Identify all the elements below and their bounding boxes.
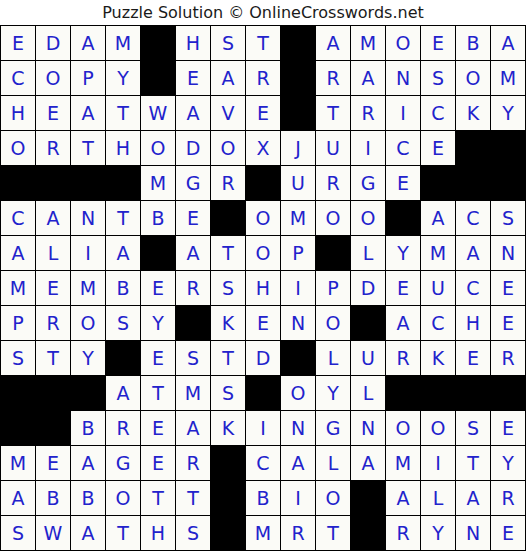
- letter-cell-r7c1: A: [1, 236, 35, 270]
- letter-cell-r4c13: E: [421, 131, 455, 165]
- letter-cell-r7c12: Y: [386, 236, 420, 270]
- letter-cell-r15c12: R: [386, 516, 420, 550]
- letter-cell-r1c4: M: [106, 26, 140, 60]
- letter-cell-r14c5: T: [141, 481, 175, 515]
- letter-cell-r2c8: R: [246, 61, 280, 95]
- letter-cell-r1c11: M: [351, 26, 385, 60]
- letter-cell-r5c6: G: [176, 166, 210, 200]
- puzzle-solution-page: Puzzle Solution © OnlineCrosswords.net E…: [0, 0, 526, 551]
- letter-cell-r12c7: K: [211, 411, 245, 445]
- letter-cell-r7c9: P: [281, 236, 315, 270]
- crossword-grid: EDAMHSTAMOEBACOPYEARRANSOMHEATWAVETRICKY…: [0, 25, 526, 551]
- letter-cell-r7c6: A: [176, 236, 210, 270]
- letter-cell-r1c10: A: [316, 26, 350, 60]
- letter-cell-r15c14: N: [456, 516, 490, 550]
- letter-cell-r9c10: O: [316, 306, 350, 340]
- letter-cell-r12c8: I: [246, 411, 280, 445]
- letter-cell-r3c7: V: [211, 96, 245, 130]
- letter-cell-r2c11: A: [351, 61, 385, 95]
- letter-cell-r3c12: I: [386, 96, 420, 130]
- letter-cell-r8c7: S: [211, 271, 245, 305]
- letter-cell-r13c6: R: [176, 446, 210, 480]
- letter-cell-r9c8: E: [246, 306, 280, 340]
- letter-cell-r8c5: E: [141, 271, 175, 305]
- letter-cell-r6c9: M: [281, 201, 315, 235]
- letter-cell-r8c8: H: [246, 271, 280, 305]
- letter-cell-r13c3: A: [71, 446, 105, 480]
- black-cell-r1c5: [141, 26, 175, 60]
- letter-cell-r11c9: O: [281, 376, 315, 410]
- letter-cell-r3c10: T: [316, 96, 350, 130]
- letter-cell-r7c11: L: [351, 236, 385, 270]
- black-cell-r5c4: [106, 166, 140, 200]
- letter-cell-r15c1: S: [1, 516, 35, 550]
- letter-cell-r3c13: C: [421, 96, 455, 130]
- letter-cell-r5c7: R: [211, 166, 245, 200]
- letter-cell-r14c3: B: [71, 481, 105, 515]
- letter-cell-r10c3: Y: [71, 341, 105, 375]
- letter-cell-r15c15: E: [491, 516, 525, 550]
- letter-cell-r2c7: A: [211, 61, 245, 95]
- black-cell-r3c9: [281, 96, 315, 130]
- letter-cell-r12c12: O: [386, 411, 420, 445]
- letter-cell-r15c6: S: [176, 516, 210, 550]
- black-cell-r2c5: [141, 61, 175, 95]
- letter-cell-r8c14: C: [456, 271, 490, 305]
- letter-cell-r5c10: R: [316, 166, 350, 200]
- letter-cell-r3c4: T: [106, 96, 140, 130]
- black-cell-r13c7: [211, 446, 245, 480]
- letter-cell-r15c2: W: [36, 516, 70, 550]
- letter-cell-r14c8: B: [246, 481, 280, 515]
- letter-cell-r7c14: A: [456, 236, 490, 270]
- letter-cell-r14c13: L: [421, 481, 455, 515]
- letter-cell-r10c6: S: [176, 341, 210, 375]
- letter-cell-r9c9: N: [281, 306, 315, 340]
- letter-cell-r12c11: N: [351, 411, 385, 445]
- letter-cell-r4c8: X: [246, 131, 280, 165]
- letter-cell-r2c6: E: [176, 61, 210, 95]
- letter-cell-r2c2: O: [36, 61, 70, 95]
- letter-cell-r12c6: A: [176, 411, 210, 445]
- letter-cell-r5c11: G: [351, 166, 385, 200]
- letter-cell-r3c6: A: [176, 96, 210, 130]
- letter-cell-r6c6: E: [176, 201, 210, 235]
- black-cell-r14c11: [351, 481, 385, 515]
- black-cell-r11c2: [36, 376, 70, 410]
- letter-cell-r8c2: E: [36, 271, 70, 305]
- black-cell-r10c9: [281, 341, 315, 375]
- letter-cell-r6c4: T: [106, 201, 140, 235]
- letter-cell-r11c7: S: [211, 376, 245, 410]
- black-cell-r9c11: [351, 306, 385, 340]
- letter-cell-r11c10: Y: [316, 376, 350, 410]
- letter-cell-r14c2: B: [36, 481, 70, 515]
- black-cell-r7c5: [141, 236, 175, 270]
- black-cell-r15c11: [351, 516, 385, 550]
- letter-cell-r13c9: A: [281, 446, 315, 480]
- black-cell-r14c7: [211, 481, 245, 515]
- black-cell-r2c9: [281, 61, 315, 95]
- letter-cell-r8c11: D: [351, 271, 385, 305]
- letter-cell-r3c1: H: [1, 96, 35, 130]
- letter-cell-r2c4: Y: [106, 61, 140, 95]
- letter-cell-r8c4: B: [106, 271, 140, 305]
- letter-cell-r1c2: D: [36, 26, 70, 60]
- letter-cell-r11c6: M: [176, 376, 210, 410]
- black-cell-r5c2: [36, 166, 70, 200]
- letter-cell-r4c7: O: [211, 131, 245, 165]
- letter-cell-r12c4: R: [106, 411, 140, 445]
- letter-cell-r15c3: A: [71, 516, 105, 550]
- letter-cell-r4c12: C: [386, 131, 420, 165]
- letter-cell-r2c10: R: [316, 61, 350, 95]
- black-cell-r11c14: [456, 376, 490, 410]
- letter-cell-r12c13: O: [421, 411, 455, 445]
- letter-cell-r9c2: R: [36, 306, 70, 340]
- letter-cell-r4c1: O: [1, 131, 35, 165]
- letter-cell-r4c2: R: [36, 131, 70, 165]
- letter-cell-r6c3: N: [71, 201, 105, 235]
- letter-cell-r3c3: A: [71, 96, 105, 130]
- letter-cell-r4c4: H: [106, 131, 140, 165]
- letter-cell-r2c15: M: [491, 61, 525, 95]
- letter-cell-r8c9: I: [281, 271, 315, 305]
- letter-cell-r5c5: M: [141, 166, 175, 200]
- black-cell-r6c12: [386, 201, 420, 235]
- letter-cell-r10c15: R: [491, 341, 525, 375]
- letter-cell-r4c9: J: [281, 131, 315, 165]
- black-cell-r12c2: [36, 411, 70, 445]
- letter-cell-r12c9: N: [281, 411, 315, 445]
- letter-cell-r11c4: A: [106, 376, 140, 410]
- letter-cell-r7c2: L: [36, 236, 70, 270]
- black-cell-r12c1: [1, 411, 35, 445]
- letter-cell-r6c11: O: [351, 201, 385, 235]
- letter-cell-r1c8: T: [246, 26, 280, 60]
- black-cell-r15c7: [211, 516, 245, 550]
- letter-cell-r1c6: H: [176, 26, 210, 60]
- letter-cell-r9c14: H: [456, 306, 490, 340]
- puzzle-title: Puzzle Solution © OnlineCrosswords.net: [0, 0, 526, 25]
- letter-cell-r6c1: C: [1, 201, 35, 235]
- letter-cell-r6c10: O: [316, 201, 350, 235]
- letter-cell-r14c10: O: [316, 481, 350, 515]
- letter-cell-r5c9: U: [281, 166, 315, 200]
- letter-cell-r2c12: N: [386, 61, 420, 95]
- letter-cell-r14c14: A: [456, 481, 490, 515]
- letter-cell-r15c10: T: [316, 516, 350, 550]
- letter-cell-r6c13: A: [421, 201, 455, 235]
- letter-cell-r7c15: N: [491, 236, 525, 270]
- letter-cell-r11c11: L: [351, 376, 385, 410]
- letter-cell-r10c2: T: [36, 341, 70, 375]
- letter-cell-r7c4: A: [106, 236, 140, 270]
- letter-cell-r1c1: E: [1, 26, 35, 60]
- letter-cell-r6c2: A: [36, 201, 70, 235]
- black-cell-r4c14: [456, 131, 490, 165]
- letter-cell-r9c7: K: [211, 306, 245, 340]
- black-cell-r11c1: [1, 376, 35, 410]
- letter-cell-r4c6: D: [176, 131, 210, 165]
- black-cell-r5c13: [421, 166, 455, 200]
- letter-cell-r15c4: T: [106, 516, 140, 550]
- letter-cell-r13c1: M: [1, 446, 35, 480]
- letter-cell-r2c13: S: [421, 61, 455, 95]
- letter-cell-r4c11: I: [351, 131, 385, 165]
- letter-cell-r6c8: O: [246, 201, 280, 235]
- black-cell-r11c15: [491, 376, 525, 410]
- letter-cell-r12c3: B: [71, 411, 105, 445]
- letter-cell-r10c12: R: [386, 341, 420, 375]
- letter-cell-r8c12: E: [386, 271, 420, 305]
- black-cell-r9c6: [176, 306, 210, 340]
- letter-cell-r1c12: O: [386, 26, 420, 60]
- letter-cell-r13c14: T: [456, 446, 490, 480]
- letter-cell-r9c12: A: [386, 306, 420, 340]
- black-cell-r11c12: [386, 376, 420, 410]
- letter-cell-r4c10: U: [316, 131, 350, 165]
- black-cell-r11c8: [246, 376, 280, 410]
- letter-cell-r7c7: T: [211, 236, 245, 270]
- letter-cell-r9c5: Y: [141, 306, 175, 340]
- letter-cell-r9c13: C: [421, 306, 455, 340]
- letter-cell-r1c13: E: [421, 26, 455, 60]
- letter-cell-r12c10: G: [316, 411, 350, 445]
- letter-cell-r13c13: I: [421, 446, 455, 480]
- letter-cell-r8c3: M: [71, 271, 105, 305]
- letter-cell-r7c8: O: [246, 236, 280, 270]
- black-cell-r6c7: [211, 201, 245, 235]
- letter-cell-r13c11: A: [351, 446, 385, 480]
- letter-cell-r15c8: M: [246, 516, 280, 550]
- letter-cell-r2c3: P: [71, 61, 105, 95]
- letter-cell-r6c14: C: [456, 201, 490, 235]
- letter-cell-r15c9: R: [281, 516, 315, 550]
- letter-cell-r14c15: R: [491, 481, 525, 515]
- letter-cell-r13c8: C: [246, 446, 280, 480]
- letter-cell-r9c15: E: [491, 306, 525, 340]
- letter-cell-r14c4: O: [106, 481, 140, 515]
- letter-cell-r9c1: P: [1, 306, 35, 340]
- letter-cell-r10c13: K: [421, 341, 455, 375]
- letter-cell-r7c13: M: [421, 236, 455, 270]
- black-cell-r5c8: [246, 166, 280, 200]
- black-cell-r5c15: [491, 166, 525, 200]
- letter-cell-r13c10: L: [316, 446, 350, 480]
- letter-cell-r8c13: U: [421, 271, 455, 305]
- black-cell-r5c14: [456, 166, 490, 200]
- letter-cell-r3c5: W: [141, 96, 175, 130]
- letter-cell-r8c15: E: [491, 271, 525, 305]
- letter-cell-r14c6: T: [176, 481, 210, 515]
- letter-cell-r10c7: T: [211, 341, 245, 375]
- letter-cell-r6c15: S: [491, 201, 525, 235]
- black-cell-r11c13: [421, 376, 455, 410]
- letter-cell-r14c12: A: [386, 481, 420, 515]
- letter-cell-r9c4: S: [106, 306, 140, 340]
- letter-cell-r11c5: T: [141, 376, 175, 410]
- letter-cell-r13c15: Y: [491, 446, 525, 480]
- letter-cell-r15c5: H: [141, 516, 175, 550]
- letter-cell-r13c12: M: [386, 446, 420, 480]
- letter-cell-r3c15: Y: [491, 96, 525, 130]
- letter-cell-r3c2: E: [36, 96, 70, 130]
- letter-cell-r12c5: E: [141, 411, 175, 445]
- letter-cell-r2c14: O: [456, 61, 490, 95]
- letter-cell-r13c4: G: [106, 446, 140, 480]
- letter-cell-r1c14: B: [456, 26, 490, 60]
- letter-cell-r9c3: O: [71, 306, 105, 340]
- letter-cell-r3c11: R: [351, 96, 385, 130]
- letter-cell-r6c5: B: [141, 201, 175, 235]
- letter-cell-r10c14: E: [456, 341, 490, 375]
- letter-cell-r8c10: P: [316, 271, 350, 305]
- letter-cell-r15c13: Y: [421, 516, 455, 550]
- letter-cell-r14c1: A: [1, 481, 35, 515]
- letter-cell-r1c3: A: [71, 26, 105, 60]
- black-cell-r5c3: [71, 166, 105, 200]
- letter-cell-r2c1: C: [1, 61, 35, 95]
- black-cell-r7c10: [316, 236, 350, 270]
- letter-cell-r10c10: L: [316, 341, 350, 375]
- black-cell-r5c1: [1, 166, 35, 200]
- letter-cell-r8c6: R: [176, 271, 210, 305]
- black-cell-r4c15: [491, 131, 525, 165]
- letter-cell-r4c3: T: [71, 131, 105, 165]
- letter-cell-r5c12: E: [386, 166, 420, 200]
- letter-cell-r8c1: M: [1, 271, 35, 305]
- letter-cell-r1c7: S: [211, 26, 245, 60]
- letter-cell-r12c14: S: [456, 411, 490, 445]
- letter-cell-r13c5: E: [141, 446, 175, 480]
- letter-cell-r10c8: D: [246, 341, 280, 375]
- letter-cell-r7c3: I: [71, 236, 105, 270]
- letter-cell-r4c5: O: [141, 131, 175, 165]
- letter-cell-r10c5: E: [141, 341, 175, 375]
- black-cell-r10c4: [106, 341, 140, 375]
- letter-cell-r12c15: E: [491, 411, 525, 445]
- letter-cell-r10c11: U: [351, 341, 385, 375]
- letter-cell-r10c1: S: [1, 341, 35, 375]
- letter-cell-r1c15: A: [491, 26, 525, 60]
- black-cell-r11c3: [71, 376, 105, 410]
- letter-cell-r3c8: E: [246, 96, 280, 130]
- letter-cell-r3c14: K: [456, 96, 490, 130]
- black-cell-r1c9: [281, 26, 315, 60]
- letter-cell-r13c2: E: [36, 446, 70, 480]
- letter-cell-r14c9: I: [281, 481, 315, 515]
